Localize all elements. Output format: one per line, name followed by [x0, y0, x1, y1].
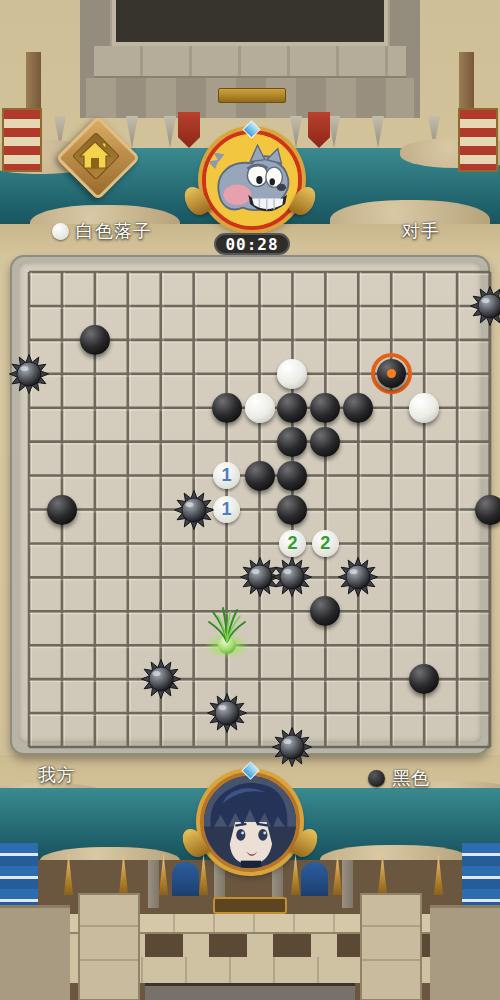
black-stone: [343, 393, 373, 423]
player-label: 我方: [38, 763, 76, 787]
black-stone: [277, 495, 307, 525]
mine-obstacle: [272, 727, 312, 771]
hanging-spike: [372, 116, 384, 148]
move-marker-1: 1: [213, 462, 240, 489]
black-stone: [310, 596, 340, 626]
corner-stone-right: [430, 905, 500, 1000]
castle-top-plaque: [218, 88, 286, 103]
tower-stripes-left: [2, 108, 42, 172]
white-stone: [409, 393, 439, 423]
white-stone-icon: [52, 223, 69, 240]
game-screen: 白色落子 对手 00:28 1122: [0, 0, 500, 1000]
red-banner-right: [308, 112, 330, 148]
mine-obstacle: [174, 490, 214, 534]
home-button[interactable]: [57, 117, 133, 193]
black-stone: [245, 461, 275, 491]
mine-obstacle: [338, 557, 378, 601]
hanging-spike: [164, 116, 176, 148]
grass-item: [203, 602, 251, 664]
player-avatar[interactable]: [200, 772, 300, 872]
castle-top-lintel: [94, 46, 406, 78]
black-stone: [475, 495, 500, 525]
gate-tower-left: [78, 893, 140, 1000]
move-marker-2: 2: [279, 530, 306, 557]
blue-arch-left: [172, 862, 199, 896]
black-stone: [310, 393, 340, 423]
stone-pillar: [148, 860, 159, 908]
castle-bottom-plaque: [213, 897, 287, 914]
move-timer: 00:28: [214, 233, 290, 255]
gomoku-board[interactable]: 1122: [10, 255, 490, 755]
hanging-spike: [290, 116, 302, 148]
black-stone: [310, 427, 340, 457]
mine-obstacle: [470, 286, 500, 330]
board-pieces-layer: 1122: [18, 262, 494, 758]
last-move-stone: [371, 353, 412, 394]
black-stone: [277, 461, 307, 491]
castle-top-window: [112, 0, 388, 46]
move-marker-2: 2: [312, 530, 339, 557]
gate-tower-right: [360, 893, 422, 1000]
white-stone: [277, 359, 307, 389]
player-color-indicator: 黑色: [368, 766, 430, 790]
turn-indicator: 白色落子: [52, 219, 152, 243]
move-marker-1: 1: [213, 496, 240, 523]
mine-obstacle: [207, 693, 247, 737]
timer-value: 00:28: [225, 235, 278, 254]
mine-obstacle: [272, 557, 312, 601]
black-stone: [277, 393, 307, 423]
board-tiles: 1122: [18, 262, 482, 743]
anime-boy-portrait: [204, 776, 296, 868]
turn-label: 白色落子: [76, 219, 152, 243]
tom-cat-portrait: [206, 134, 298, 226]
corner-stone-left: [0, 905, 70, 1000]
black-stone: [277, 427, 307, 457]
black-stone: [409, 664, 439, 694]
home-icon: [77, 137, 113, 173]
castle-gate-interior: [145, 983, 355, 1000]
red-banner-left: [178, 112, 200, 148]
opponent-avatar[interactable]: [202, 130, 302, 230]
player-color-label: 黑色: [392, 766, 430, 790]
black-stone: [212, 393, 242, 423]
stone-pillar: [342, 860, 353, 908]
blue-arch-right: [301, 862, 328, 896]
black-stone: [80, 325, 110, 355]
black-stone: [47, 495, 77, 525]
tower-stripes-right: [458, 108, 498, 172]
mine-obstacle: [9, 354, 49, 398]
mine-obstacle: [141, 659, 181, 703]
white-stone: [245, 393, 275, 423]
opponent-label: 对手: [402, 219, 440, 243]
black-stone-icon: [368, 770, 385, 787]
